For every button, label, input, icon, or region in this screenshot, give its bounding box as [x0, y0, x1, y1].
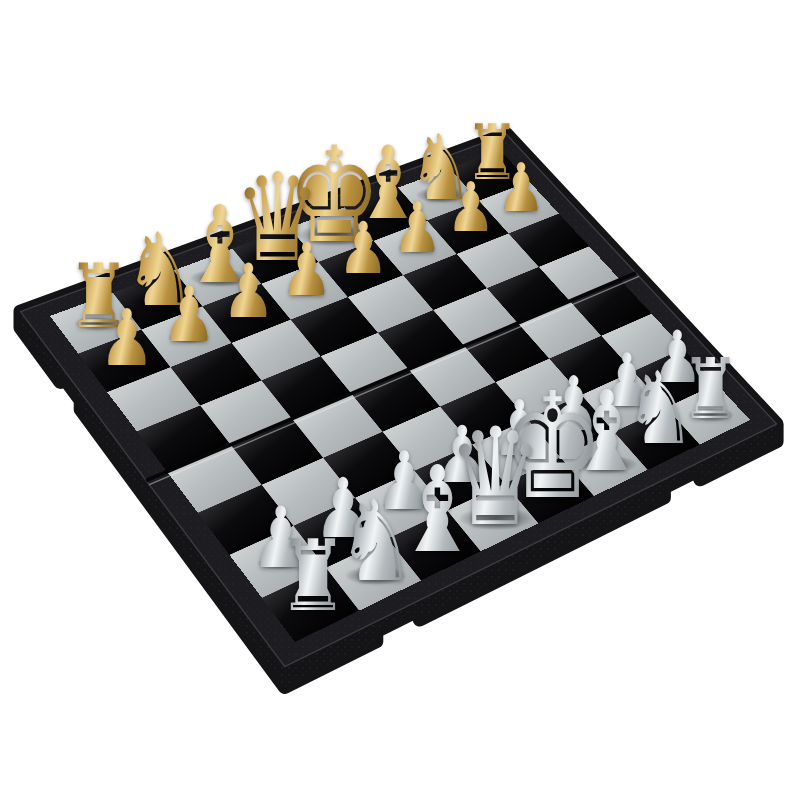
travel-chess-set-photo: ♜♞♝♛♚♝♞♜♟♟♟♟♟♟♟♟♟♟♟♟♟♟♟♟♜♞♝♛♚♝♞♜ [0, 0, 800, 800]
gold-pawn-a7[interactable]: ♟ [17, 299, 237, 377]
silver-rook-a1[interactable]: ♜ [203, 527, 423, 625]
pieces-layer: ♜♞♝♛♚♝♞♜♟♟♟♟♟♟♟♟♟♟♟♟♟♟♟♟♜♞♝♛♚♝♞♜ [0, 0, 800, 800]
gold-pawn-glyph: ♟ [99, 299, 155, 377]
silver-rook-glyph: ♜ [278, 527, 349, 625]
